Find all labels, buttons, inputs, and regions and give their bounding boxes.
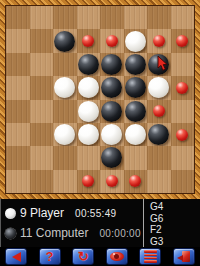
players-info: 9 Player 00:55:49 11 Computer 00:00:00 <box>1 199 143 247</box>
white-stone <box>54 77 75 98</box>
board-cell-h7[interactable] <box>171 29 195 52</box>
board-cell-c4[interactable] <box>53 100 77 123</box>
board-cell-h8[interactable] <box>171 6 195 29</box>
red-marker <box>82 175 94 187</box>
board-cell-c6[interactable] <box>53 53 77 76</box>
black-stone <box>101 101 122 122</box>
red-marker <box>129 175 141 187</box>
board-cell-a5[interactable] <box>6 76 30 99</box>
black-stone <box>78 54 99 75</box>
eye-icon <box>110 252 124 261</box>
board-cell-g2[interactable] <box>147 146 171 169</box>
board-cell-h4[interactable] <box>171 100 195 123</box>
board-cell-b3[interactable] <box>30 123 54 146</box>
board-cell-f8[interactable] <box>124 6 148 29</box>
move-item: F2 <box>150 224 200 236</box>
board-grid <box>6 6 194 193</box>
hamburger-menu-icon <box>144 250 157 263</box>
view-button[interactable] <box>106 248 128 265</box>
board-cell-c3[interactable] <box>53 123 77 146</box>
board-cell-h5[interactable] <box>171 76 195 99</box>
red-marker <box>176 82 188 94</box>
board-cell-d5[interactable] <box>77 76 101 99</box>
board-cell-b5[interactable] <box>30 76 54 99</box>
board-cell-g4[interactable] <box>147 100 171 123</box>
board-cell-g8[interactable] <box>147 6 171 29</box>
board-cell-c5[interactable] <box>53 76 77 99</box>
menu-button[interactable] <box>139 248 161 265</box>
board-cell-f3[interactable] <box>124 123 148 146</box>
toolbar: ? ↻ <box>0 247 200 266</box>
board-cell-e6[interactable] <box>100 53 124 76</box>
board-cell-b4[interactable] <box>30 100 54 123</box>
red-marker <box>82 35 94 47</box>
white-stone <box>78 77 99 98</box>
player-label: 9 Player <box>20 206 64 220</box>
board-cell-e7[interactable] <box>100 29 124 52</box>
board-cell-h6[interactable] <box>171 53 195 76</box>
board-cell-a8[interactable] <box>6 6 30 29</box>
board-cell-a4[interactable] <box>6 100 30 123</box>
board-cell-b7[interactable] <box>30 29 54 52</box>
board-cell-d4[interactable] <box>77 100 101 123</box>
board-cell-f2[interactable] <box>124 146 148 169</box>
red-marker <box>106 175 118 187</box>
restart-button[interactable]: ↻ <box>72 248 94 265</box>
left-arrow-icon <box>12 252 21 262</box>
white-stone <box>78 124 99 145</box>
board-cell-g5[interactable] <box>147 76 171 99</box>
game-board <box>0 0 200 199</box>
status-panel: 9 Player 00:55:49 11 Computer 00:00:00 G… <box>0 199 200 247</box>
board-cell-b6[interactable] <box>30 53 54 76</box>
black-stone-icon <box>5 228 16 239</box>
board-cell-c7[interactable] <box>53 29 77 52</box>
black-stone <box>125 101 146 122</box>
board-cell-a7[interactable] <box>6 29 30 52</box>
player-clock: 00:55:49 <box>75 208 116 219</box>
board-cell-e2[interactable] <box>100 146 124 169</box>
red-marker <box>153 35 165 47</box>
white-stone-icon <box>5 208 16 219</box>
board-cell-f5[interactable] <box>124 76 148 99</box>
board-cell-d2[interactable] <box>77 146 101 169</box>
board-cell-f7[interactable] <box>124 29 148 52</box>
red-marker <box>176 35 188 47</box>
red-marker <box>106 35 118 47</box>
board-cell-h1[interactable] <box>171 170 195 193</box>
board-cell-d8[interactable] <box>77 6 101 29</box>
board-cell-g1[interactable] <box>147 170 171 193</box>
move-item: G3 <box>150 236 200 248</box>
board-cell-g3[interactable] <box>147 123 171 146</box>
black-stone <box>101 54 122 75</box>
board-cell-e5[interactable] <box>100 76 124 99</box>
question-mark-icon: ? <box>46 250 54 263</box>
board-cell-h2[interactable] <box>171 146 195 169</box>
board-cell-c8[interactable] <box>53 6 77 29</box>
board-cell-e3[interactable] <box>100 123 124 146</box>
red-marker <box>176 129 188 141</box>
white-stone <box>148 77 169 98</box>
exit-door-icon <box>177 251 190 262</box>
board-cell-c2[interactable] <box>53 146 77 169</box>
red-marker <box>153 105 165 117</box>
board-cell-f6[interactable] <box>124 53 148 76</box>
board-cell-a3[interactable] <box>6 123 30 146</box>
black-stone <box>125 54 146 75</box>
black-stone <box>125 77 146 98</box>
rotate-arrows-icon: ↻ <box>78 250 89 263</box>
exit-button[interactable] <box>173 248 195 265</box>
white-stone <box>101 124 122 145</box>
board-cell-e8[interactable] <box>100 6 124 29</box>
white-stone <box>125 124 146 145</box>
white-stone <box>125 31 146 52</box>
computer-row: 11 Computer 00:00:00 <box>5 226 143 240</box>
black-stone <box>101 147 122 168</box>
board-cell-c1[interactable] <box>53 170 77 193</box>
board-cell-a6[interactable] <box>6 53 30 76</box>
board-cell-e1[interactable] <box>100 170 124 193</box>
white-stone <box>78 101 99 122</box>
black-stone <box>101 77 122 98</box>
board-cell-f1[interactable] <box>124 170 148 193</box>
player-row: 9 Player 00:55:49 <box>5 206 143 220</box>
board-cell-a1[interactable] <box>6 170 30 193</box>
computer-label: 11 Computer <box>20 226 88 240</box>
board-cell-d1[interactable] <box>77 170 101 193</box>
computer-clock: 00:00:00 <box>99 228 140 239</box>
board-cell-b8[interactable] <box>30 6 54 29</box>
move-item: G6 <box>150 213 200 225</box>
mouse-cursor-icon <box>157 56 169 72</box>
move-list: G4G6F2G3 <box>143 199 200 247</box>
help-button[interactable]: ? <box>39 248 61 265</box>
move-item: G4 <box>150 201 200 213</box>
board-cell-f4[interactable] <box>124 100 148 123</box>
board-cell-a2[interactable] <box>6 146 30 169</box>
board-cell-e4[interactable] <box>100 100 124 123</box>
board-cell-d7[interactable] <box>77 29 101 52</box>
board-cell-h3[interactable] <box>171 123 195 146</box>
board-cell-d3[interactable] <box>77 123 101 146</box>
black-stone <box>148 124 169 145</box>
board-cell-b2[interactable] <box>30 146 54 169</box>
white-stone <box>54 124 75 145</box>
board-cell-b1[interactable] <box>30 170 54 193</box>
board-cell-d6[interactable] <box>77 53 101 76</box>
board-cell-g6[interactable] <box>147 53 171 76</box>
back-button[interactable] <box>5 248 27 265</box>
black-stone <box>54 31 75 52</box>
board-cell-g7[interactable] <box>147 29 171 52</box>
